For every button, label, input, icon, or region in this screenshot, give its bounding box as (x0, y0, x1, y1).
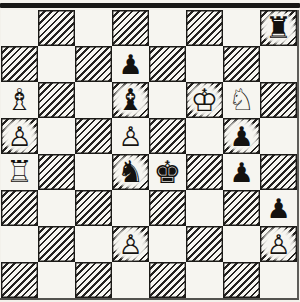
square-f6: ♔ (186, 82, 223, 118)
square-e6 (149, 82, 186, 118)
square-c8 (75, 10, 112, 46)
piece-white-knight: ♘ (223, 82, 260, 118)
square-h4 (260, 154, 297, 190)
square-d3 (112, 190, 149, 226)
square-a2 (1, 226, 38, 262)
piece-black-pawn: ♟ (112, 46, 149, 82)
square-g1 (223, 262, 260, 298)
square-f8 (186, 10, 223, 46)
square-a5: ♙ (1, 118, 38, 154)
square-e3 (149, 190, 186, 226)
square-f7 (186, 46, 223, 82)
square-b7 (38, 46, 75, 82)
square-d2: ♙ (112, 226, 149, 262)
piece-white-bishop: ♗ (1, 82, 38, 118)
square-f2 (186, 226, 223, 262)
top-rule-line (0, 3, 300, 8)
piece-black-rook: ♜ (260, 10, 297, 46)
square-d6: ♝ (112, 82, 149, 118)
piece-white-rook: ♖ (1, 154, 38, 190)
square-b1 (38, 262, 75, 298)
square-a3 (1, 190, 38, 226)
square-a6: ♗ (1, 82, 38, 118)
piece-white-pawn: ♙ (260, 226, 297, 262)
square-c4 (75, 154, 112, 190)
square-h2: ♙ (260, 226, 297, 262)
square-d1 (112, 262, 149, 298)
square-e4: ♚ (149, 154, 186, 190)
square-b4 (38, 154, 75, 190)
square-c7 (75, 46, 112, 82)
piece-black-knight: ♞ (112, 154, 149, 190)
piece-black-pawn: ♟ (223, 154, 260, 190)
square-h6 (260, 82, 297, 118)
piece-black-pawn: ♟ (260, 190, 297, 226)
bottom-rule-line (0, 298, 299, 300)
square-a4: ♖ (1, 154, 38, 190)
piece-black-bishop: ♝ (112, 82, 149, 118)
square-d8 (112, 10, 149, 46)
square-b5 (38, 118, 75, 154)
square-g5: ♟ (223, 118, 260, 154)
square-c2 (75, 226, 112, 262)
square-a7 (1, 46, 38, 82)
square-a8 (1, 10, 38, 46)
piece-white-king: ♔ (186, 82, 223, 118)
square-f5 (186, 118, 223, 154)
piece-white-pawn: ♙ (112, 118, 149, 154)
right-rule-line (297, 10, 299, 298)
square-g7 (223, 46, 260, 82)
piece-black-pawn: ♟ (223, 118, 260, 154)
square-b2 (38, 226, 75, 262)
square-e8 (149, 10, 186, 46)
square-h7 (260, 46, 297, 82)
square-h5 (260, 118, 297, 154)
square-d5: ♙ (112, 118, 149, 154)
square-c3 (75, 190, 112, 226)
square-f3 (186, 190, 223, 226)
square-f4 (186, 154, 223, 190)
square-c6 (75, 82, 112, 118)
square-g6: ♘ (223, 82, 260, 118)
square-g4: ♟ (223, 154, 260, 190)
square-f1 (186, 262, 223, 298)
piece-black-king: ♚ (149, 154, 186, 190)
square-c1 (75, 262, 112, 298)
chess-board: ♜♟♗♝♔♘♙♙♟♖♞♚♟♟♙♙ (1, 10, 297, 298)
piece-white-pawn: ♙ (112, 226, 149, 262)
square-d7: ♟ (112, 46, 149, 82)
square-g8 (223, 10, 260, 46)
square-c5 (75, 118, 112, 154)
piece-white-pawn: ♙ (1, 118, 38, 154)
square-e2 (149, 226, 186, 262)
square-g3 (223, 190, 260, 226)
square-e7 (149, 46, 186, 82)
square-h1 (260, 262, 297, 298)
square-g2 (223, 226, 260, 262)
square-h3: ♟ (260, 190, 297, 226)
square-e1 (149, 262, 186, 298)
square-b8 (38, 10, 75, 46)
square-h8: ♜ (260, 10, 297, 46)
square-a1 (1, 262, 38, 298)
square-b3 (38, 190, 75, 226)
square-d4: ♞ (112, 154, 149, 190)
newspaper-chess-diagram: ♜♟♗♝♔♘♙♙♟♖♞♚♟♟♙♙ (0, 0, 300, 302)
square-b6 (38, 82, 75, 118)
square-e5 (149, 118, 186, 154)
